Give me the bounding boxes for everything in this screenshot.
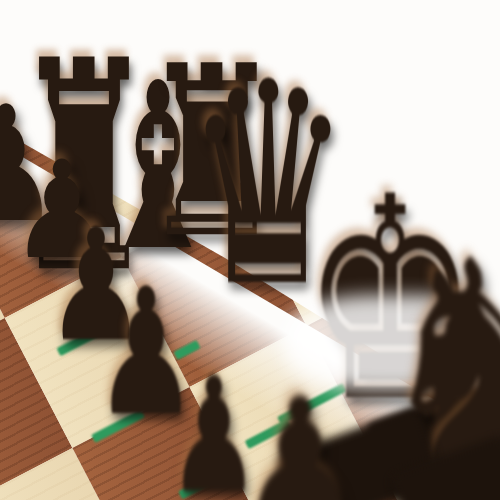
photo-chess-scene: ♟♜♝♜♛♚♞♟♟♟♟♟ — [0, 0, 500, 500]
board-square — [405, 0, 500, 74]
board-square — [221, 0, 406, 5]
black-pawn-foreground: ♟ — [237, 375, 363, 500]
